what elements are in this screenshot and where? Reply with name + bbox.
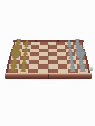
product-photo: ♜♟♟♜♞♟♟♞♝♟♟♝♛♟♟♛♚♟♟♚♝♟♟♝♞♟♟♞♜♟♟♜ <box>0 0 95 126</box>
clasp-icon <box>89 67 93 71</box>
fold-seam-front <box>48 74 49 79</box>
chess-board: ♜♟♟♜♞♟♟♞♝♟♟♝♛♟♟♛♚♟♟♚♝♟♟♝♞♟♟♞♜♟♟♜ <box>1 42 95 73</box>
board-front-edge-frame <box>5 73 92 79</box>
chess-set: ♜♟♟♜♞♟♟♞♝♟♟♝♛♟♟♛♚♟♟♚♝♟♟♝♞♟♟♞♜♟♟♜ <box>1 40 95 79</box>
fold-seam <box>48 44 49 73</box>
